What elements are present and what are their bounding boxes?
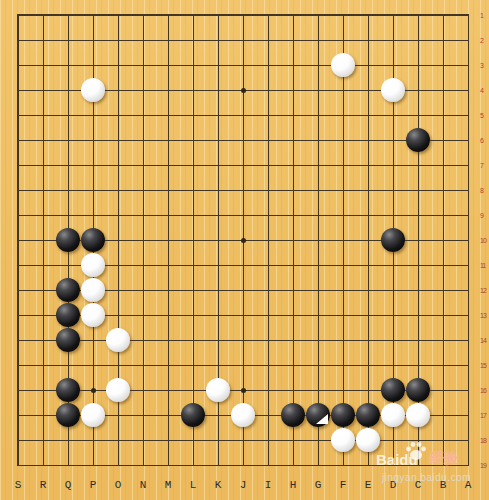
- intersection: [331, 78, 356, 103]
- intersection: [206, 3, 231, 28]
- intersection: [106, 3, 131, 28]
- white-stone: [231, 403, 255, 427]
- intersection: [31, 278, 56, 303]
- intersection: [356, 353, 381, 378]
- intersection: [6, 303, 31, 328]
- column-label: J: [231, 478, 256, 493]
- row-label: 1: [480, 11, 489, 21]
- intersection: [6, 328, 31, 353]
- intersection: [381, 53, 406, 78]
- intersection: [456, 253, 481, 278]
- paw-icon: [405, 441, 427, 461]
- black-stone: [56, 228, 80, 252]
- intersection: [281, 178, 306, 203]
- intersection: [256, 228, 281, 253]
- intersection: [56, 178, 81, 203]
- intersection: [81, 78, 106, 103]
- intersection: [406, 203, 431, 228]
- intersection: [306, 128, 331, 153]
- intersection: [81, 128, 106, 153]
- black-stone: [381, 228, 405, 252]
- intersection: [31, 28, 56, 53]
- intersection: [81, 28, 106, 53]
- intersection: [106, 453, 131, 478]
- intersection: [181, 353, 206, 378]
- black-stone: [406, 378, 430, 402]
- intersection: [131, 103, 156, 128]
- intersection: [81, 303, 106, 328]
- intersection: [206, 428, 231, 453]
- intersection: [281, 303, 306, 328]
- intersection: [256, 328, 281, 353]
- intersection: [31, 128, 56, 153]
- intersection: [406, 278, 431, 303]
- intersection: [281, 328, 306, 353]
- intersection: [181, 378, 206, 403]
- intersection: [206, 453, 231, 478]
- intersection: [6, 353, 31, 378]
- intersection: [156, 178, 181, 203]
- black-stone: [381, 378, 405, 402]
- intersection: [206, 253, 231, 278]
- intersection: [456, 153, 481, 178]
- intersection: [381, 103, 406, 128]
- intersection: [431, 303, 456, 328]
- row-label: 9: [480, 211, 489, 221]
- intersection: [56, 278, 81, 303]
- black-stone: [331, 403, 355, 427]
- intersection: [281, 28, 306, 53]
- intersection: [206, 403, 231, 428]
- intersection: [31, 103, 56, 128]
- intersection: [6, 428, 31, 453]
- intersection: [456, 28, 481, 53]
- intersection: [406, 3, 431, 28]
- intersection: [381, 28, 406, 53]
- intersection: [81, 53, 106, 78]
- intersection: [31, 153, 56, 178]
- intersection: [431, 53, 456, 78]
- intersection: [431, 3, 456, 28]
- intersection: [181, 453, 206, 478]
- black-stone: [56, 278, 80, 302]
- intersection: [381, 153, 406, 178]
- intersection: [331, 303, 356, 328]
- intersection: [431, 328, 456, 353]
- intersection: [456, 178, 481, 203]
- intersection: [56, 28, 81, 53]
- intersection: [456, 303, 481, 328]
- watermark-logo: Baidu 经验: [374, 442, 489, 468]
- column-label: O: [106, 478, 131, 493]
- intersection: [56, 53, 81, 78]
- intersection: [431, 103, 456, 128]
- intersection: [206, 28, 231, 53]
- intersection: [6, 53, 31, 78]
- intersection: [181, 53, 206, 78]
- intersection: [306, 328, 331, 353]
- intersection: [356, 403, 381, 428]
- white-stone: [206, 378, 230, 402]
- intersection: [181, 253, 206, 278]
- column-label: P: [81, 478, 106, 493]
- intersection: [231, 78, 256, 103]
- intersection: [331, 128, 356, 153]
- intersection: [106, 353, 131, 378]
- intersection: [56, 203, 81, 228]
- intersection: [206, 203, 231, 228]
- intersection: [131, 253, 156, 278]
- row-label: 13: [480, 311, 489, 321]
- intersection: [231, 428, 256, 453]
- intersection: [431, 178, 456, 203]
- intersection: [31, 228, 56, 253]
- intersection: [406, 403, 431, 428]
- intersection: [81, 378, 106, 403]
- intersection: [181, 428, 206, 453]
- intersection: [331, 203, 356, 228]
- intersection: [131, 53, 156, 78]
- intersection: [81, 453, 106, 478]
- intersection: [231, 53, 256, 78]
- row-label: 14: [480, 336, 489, 346]
- intersection: [106, 403, 131, 428]
- intersection: [356, 278, 381, 303]
- intersection: [381, 228, 406, 253]
- intersection: [306, 228, 331, 253]
- column-label: I: [256, 478, 281, 493]
- intersection: [431, 253, 456, 278]
- intersection: [281, 103, 306, 128]
- intersection: [306, 253, 331, 278]
- intersection: [131, 278, 156, 303]
- intersection: [456, 278, 481, 303]
- intersection: [6, 278, 31, 303]
- intersection: [456, 403, 481, 428]
- intersection: [406, 253, 431, 278]
- intersection: [6, 78, 31, 103]
- column-label: K: [206, 478, 231, 493]
- intersection: [131, 178, 156, 203]
- intersection: [206, 353, 231, 378]
- intersection: [281, 53, 306, 78]
- intersection: [231, 278, 256, 303]
- intersection: [306, 103, 331, 128]
- intersection: [281, 353, 306, 378]
- intersection: [31, 78, 56, 103]
- intersection: [131, 153, 156, 178]
- intersection: [106, 53, 131, 78]
- intersection: [231, 253, 256, 278]
- intersection: [431, 378, 456, 403]
- intersection: [356, 153, 381, 178]
- intersection: [256, 28, 281, 53]
- intersection: [381, 353, 406, 378]
- intersection: [356, 3, 381, 28]
- intersection: [56, 428, 81, 453]
- white-stone: [106, 328, 130, 352]
- intersection: [31, 178, 56, 203]
- intersection: [131, 203, 156, 228]
- intersection: [231, 403, 256, 428]
- intersection: [56, 453, 81, 478]
- intersection: [31, 378, 56, 403]
- intersection: [231, 28, 256, 53]
- intersection: [331, 378, 356, 403]
- intersection: [81, 3, 106, 28]
- intersection: [406, 378, 431, 403]
- black-stone: [406, 128, 430, 152]
- intersection: [281, 153, 306, 178]
- intersection: [256, 428, 281, 453]
- intersection: [56, 353, 81, 378]
- intersection: [456, 78, 481, 103]
- intersection: [156, 53, 181, 78]
- row-label: 8: [480, 186, 489, 196]
- intersection: [256, 3, 281, 28]
- intersection: [231, 303, 256, 328]
- intersection: [131, 228, 156, 253]
- intersection: [281, 278, 306, 303]
- intersection: [156, 28, 181, 53]
- intersection: [381, 128, 406, 153]
- intersection: [306, 78, 331, 103]
- intersection: [56, 103, 81, 128]
- intersection: [56, 403, 81, 428]
- intersection: [106, 178, 131, 203]
- intersection: [456, 353, 481, 378]
- white-stone: [81, 303, 105, 327]
- intersection: [131, 128, 156, 153]
- intersection: [306, 53, 331, 78]
- intersection: [431, 353, 456, 378]
- intersection: [256, 78, 281, 103]
- intersection: [81, 353, 106, 378]
- intersection: [31, 303, 56, 328]
- intersection: [406, 353, 431, 378]
- intersection: [206, 178, 231, 203]
- triangle-marker: [316, 414, 328, 424]
- white-stone: [81, 278, 105, 302]
- intersection: [306, 178, 331, 203]
- intersection: [6, 453, 31, 478]
- intersection: [31, 428, 56, 453]
- intersection: [156, 103, 181, 128]
- board-grid: [6, 3, 481, 478]
- row-label: 4: [480, 86, 489, 96]
- intersection: [81, 203, 106, 228]
- intersection: [56, 3, 81, 28]
- intersection: [6, 253, 31, 278]
- intersection: [381, 328, 406, 353]
- intersection: [181, 153, 206, 178]
- intersection: [56, 128, 81, 153]
- intersection: [156, 303, 181, 328]
- intersection: [406, 228, 431, 253]
- intersection: [206, 278, 231, 303]
- intersection: [206, 328, 231, 353]
- white-stone: [81, 253, 105, 277]
- row-label: 3: [480, 61, 489, 71]
- intersection: [206, 378, 231, 403]
- column-label: R: [31, 478, 56, 493]
- intersection: [256, 353, 281, 378]
- intersection: [431, 78, 456, 103]
- intersection: [331, 253, 356, 278]
- intersection: [206, 103, 231, 128]
- intersection: [156, 428, 181, 453]
- go-board-diagram: SRQPONMLKJIHGFEDCBA 12345678910111213141…: [0, 0, 489, 500]
- intersection: [406, 53, 431, 78]
- intersection: [106, 153, 131, 178]
- intersection: [331, 453, 356, 478]
- intersection: [306, 203, 331, 228]
- intersection: [6, 403, 31, 428]
- intersection: [6, 128, 31, 153]
- intersection: [81, 278, 106, 303]
- row-label: 6: [480, 136, 489, 146]
- intersection: [206, 153, 231, 178]
- intersection: [306, 153, 331, 178]
- black-stone: [56, 328, 80, 352]
- intersection: [331, 153, 356, 178]
- intersection: [56, 228, 81, 253]
- intersection: [281, 228, 306, 253]
- intersection: [131, 428, 156, 453]
- intersection: [106, 328, 131, 353]
- intersection: [106, 253, 131, 278]
- intersection: [181, 228, 206, 253]
- black-stone: [56, 303, 80, 327]
- intersection: [306, 3, 331, 28]
- intersection: [256, 53, 281, 78]
- column-label: M: [156, 478, 181, 493]
- intersection: [231, 153, 256, 178]
- intersection: [356, 378, 381, 403]
- intersection: [56, 78, 81, 103]
- intersection: [106, 128, 131, 153]
- intersection: [31, 403, 56, 428]
- intersection: [81, 403, 106, 428]
- intersection: [156, 278, 181, 303]
- intersection: [131, 353, 156, 378]
- intersection: [106, 228, 131, 253]
- intersection: [181, 78, 206, 103]
- intersection: [56, 303, 81, 328]
- intersection: [256, 103, 281, 128]
- intersection: [81, 228, 106, 253]
- intersection: [306, 453, 331, 478]
- intersection: [281, 403, 306, 428]
- intersection: [31, 353, 56, 378]
- intersection: [106, 28, 131, 53]
- intersection: [156, 153, 181, 178]
- row-label: 7: [480, 161, 489, 171]
- intersection: [156, 403, 181, 428]
- intersection: [431, 28, 456, 53]
- intersection: [281, 453, 306, 478]
- row-label: 12: [480, 286, 489, 296]
- intersection: [6, 203, 31, 228]
- white-stone: [106, 378, 130, 402]
- column-label: G: [306, 478, 331, 493]
- intersection: [356, 303, 381, 328]
- intersection: [431, 403, 456, 428]
- intersection: [456, 53, 481, 78]
- intersection: [381, 378, 406, 403]
- intersection: [256, 378, 281, 403]
- intersection: [381, 78, 406, 103]
- row-label: 2: [480, 36, 489, 46]
- intersection: [131, 403, 156, 428]
- intersection: [131, 328, 156, 353]
- intersection: [281, 128, 306, 153]
- intersection: [306, 353, 331, 378]
- intersection: [231, 353, 256, 378]
- intersection: [106, 428, 131, 453]
- intersection: [256, 178, 281, 203]
- intersection: [381, 253, 406, 278]
- intersection: [431, 128, 456, 153]
- watermark-brand-cn: 经验: [430, 450, 458, 468]
- intersection: [331, 228, 356, 253]
- intersection: [306, 428, 331, 453]
- row-label: 5: [480, 111, 489, 121]
- intersection: [156, 203, 181, 228]
- intersection: [256, 278, 281, 303]
- intersection: [231, 103, 256, 128]
- intersection: [156, 228, 181, 253]
- intersection: [181, 203, 206, 228]
- intersection: [156, 453, 181, 478]
- intersection: [356, 53, 381, 78]
- intersection: [156, 353, 181, 378]
- intersection: [356, 128, 381, 153]
- intersection: [131, 78, 156, 103]
- intersection: [6, 228, 31, 253]
- intersection: [106, 303, 131, 328]
- intersection: [356, 78, 381, 103]
- intersection: [256, 303, 281, 328]
- intersection: [231, 3, 256, 28]
- row-label: 10: [480, 236, 489, 246]
- intersection: [231, 228, 256, 253]
- intersection: [256, 403, 281, 428]
- intersection: [156, 378, 181, 403]
- intersection: [281, 203, 306, 228]
- intersection: [431, 278, 456, 303]
- intersection: [456, 203, 481, 228]
- intersection: [381, 178, 406, 203]
- black-stone: [281, 403, 305, 427]
- intersection: [431, 153, 456, 178]
- intersection: [31, 328, 56, 353]
- intersection: [406, 303, 431, 328]
- intersection: [206, 53, 231, 78]
- intersection: [31, 253, 56, 278]
- intersection: [181, 128, 206, 153]
- intersection: [181, 278, 206, 303]
- intersection: [431, 228, 456, 253]
- intersection: [6, 3, 31, 28]
- column-label: H: [281, 478, 306, 493]
- intersection: [256, 453, 281, 478]
- intersection: [6, 153, 31, 178]
- intersection: [131, 378, 156, 403]
- intersection: [306, 28, 331, 53]
- intersection: [231, 328, 256, 353]
- intersection: [406, 328, 431, 353]
